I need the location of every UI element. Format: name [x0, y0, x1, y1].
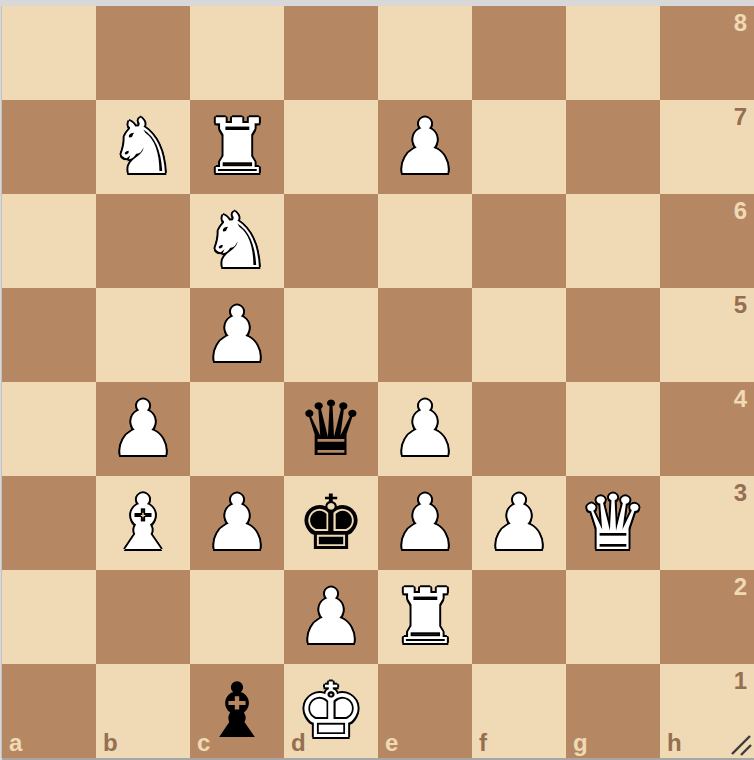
square-b2[interactable]: [96, 570, 190, 664]
square-e6[interactable]: [378, 194, 472, 288]
square-h5[interactable]: 5: [660, 288, 754, 382]
square-e8[interactable]: [378, 6, 472, 100]
square-d4[interactable]: ♛: [284, 382, 378, 476]
white-rook[interactable]: ♜: [378, 570, 472, 664]
square-g8[interactable]: [566, 6, 660, 100]
square-f6[interactable]: [472, 194, 566, 288]
square-c6[interactable]: ♞: [190, 194, 284, 288]
white-knight[interactable]: ♞: [96, 100, 190, 194]
square-f3[interactable]: ♟: [472, 476, 566, 570]
square-h7[interactable]: 7: [660, 100, 754, 194]
square-c4[interactable]: [190, 382, 284, 476]
rank-label-3: 3: [734, 481, 747, 505]
square-g2[interactable]: [566, 570, 660, 664]
white-queen[interactable]: ♛: [566, 476, 660, 570]
file-label-a: a: [9, 731, 22, 755]
square-h8[interactable]: 8: [660, 6, 754, 100]
resize-handle-icon[interactable]: [728, 732, 752, 756]
square-h6[interactable]: 6: [660, 194, 754, 288]
white-rook[interactable]: ♜: [190, 100, 284, 194]
white-pawn[interactable]: ♟: [378, 100, 472, 194]
white-pawn[interactable]: ♟: [284, 570, 378, 664]
square-g5[interactable]: [566, 288, 660, 382]
square-a6[interactable]: [2, 194, 96, 288]
square-h2[interactable]: 2: [660, 570, 754, 664]
black-queen[interactable]: ♛: [284, 382, 378, 476]
square-b8[interactable]: [96, 6, 190, 100]
square-d1[interactable]: ♚d: [284, 664, 378, 758]
white-pawn[interactable]: ♟: [190, 476, 284, 570]
square-c8[interactable]: [190, 6, 284, 100]
chess-board: 8♞♜♟7♞6♟5♟♛♟4♝♟♚♟♟♛3♟♜2ab♝c♚defg1h: [2, 6, 754, 758]
square-d5[interactable]: [284, 288, 378, 382]
square-g6[interactable]: [566, 194, 660, 288]
square-c5[interactable]: ♟: [190, 288, 284, 382]
square-e4[interactable]: ♟: [378, 382, 472, 476]
square-e5[interactable]: [378, 288, 472, 382]
square-g7[interactable]: [566, 100, 660, 194]
square-b6[interactable]: [96, 194, 190, 288]
square-c3[interactable]: ♟: [190, 476, 284, 570]
square-a2[interactable]: [2, 570, 96, 664]
rank-label-6: 6: [734, 199, 747, 223]
square-b7[interactable]: ♞: [96, 100, 190, 194]
square-f7[interactable]: [472, 100, 566, 194]
square-h4[interactable]: 4: [660, 382, 754, 476]
square-b3[interactable]: ♝: [96, 476, 190, 570]
square-g1[interactable]: g: [566, 664, 660, 758]
square-h3[interactable]: 3: [660, 476, 754, 570]
square-b1[interactable]: b: [96, 664, 190, 758]
square-c7[interactable]: ♜: [190, 100, 284, 194]
rank-label-7: 7: [734, 105, 747, 129]
square-a4[interactable]: [2, 382, 96, 476]
square-a7[interactable]: [2, 100, 96, 194]
white-pawn[interactable]: ♟: [96, 382, 190, 476]
square-a1[interactable]: a: [2, 664, 96, 758]
square-b5[interactable]: [96, 288, 190, 382]
square-a3[interactable]: [2, 476, 96, 570]
file-label-g: g: [573, 731, 588, 755]
square-d2[interactable]: ♟: [284, 570, 378, 664]
white-king[interactable]: ♚: [284, 664, 378, 758]
rank-label-4: 4: [734, 387, 747, 411]
square-g3[interactable]: ♛: [566, 476, 660, 570]
square-f4[interactable]: [472, 382, 566, 476]
file-label-h: h: [667, 731, 682, 755]
file-label-f: f: [479, 731, 487, 755]
square-d3[interactable]: ♚: [284, 476, 378, 570]
square-a5[interactable]: [2, 288, 96, 382]
square-g4[interactable]: [566, 382, 660, 476]
square-a8[interactable]: [2, 6, 96, 100]
square-f5[interactable]: [472, 288, 566, 382]
rank-label-5: 5: [734, 293, 747, 317]
file-label-e: e: [385, 731, 398, 755]
square-e1[interactable]: e: [378, 664, 472, 758]
square-d7[interactable]: [284, 100, 378, 194]
square-f8[interactable]: [472, 6, 566, 100]
black-bishop[interactable]: ♝: [190, 664, 284, 758]
white-knight[interactable]: ♞: [190, 194, 284, 288]
square-f2[interactable]: [472, 570, 566, 664]
square-c2[interactable]: [190, 570, 284, 664]
white-pawn[interactable]: ♟: [378, 476, 472, 570]
white-pawn[interactable]: ♟: [190, 288, 284, 382]
square-e3[interactable]: ♟: [378, 476, 472, 570]
square-c1[interactable]: ♝c: [190, 664, 284, 758]
chess-board-container: 8♞♜♟7♞6♟5♟♛♟4♝♟♚♟♟♛3♟♜2ab♝c♚defg1h: [2, 6, 754, 758]
square-d8[interactable]: [284, 6, 378, 100]
white-pawn[interactable]: ♟: [378, 382, 472, 476]
file-label-b: b: [103, 731, 118, 755]
rank-label-2: 2: [734, 575, 747, 599]
rank-label-8: 8: [734, 11, 747, 35]
square-f1[interactable]: f: [472, 664, 566, 758]
white-bishop[interactable]: ♝: [96, 476, 190, 570]
square-e2[interactable]: ♜: [378, 570, 472, 664]
white-pawn[interactable]: ♟: [472, 476, 566, 570]
square-e7[interactable]: ♟: [378, 100, 472, 194]
black-king[interactable]: ♚: [284, 476, 378, 570]
square-b4[interactable]: ♟: [96, 382, 190, 476]
rank-label-1: 1: [734, 669, 747, 693]
square-d6[interactable]: [284, 194, 378, 288]
